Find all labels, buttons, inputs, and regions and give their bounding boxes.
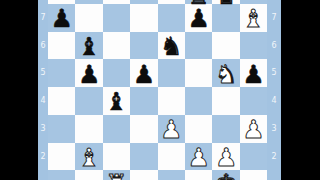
square-c6 <box>103 32 130 60</box>
square-h5 <box>240 59 267 87</box>
square-h7 <box>240 4 267 32</box>
square-d3 <box>130 115 157 143</box>
square-c1 <box>103 170 130 180</box>
square-d6 <box>130 32 157 60</box>
rank-labels-right: 765432 <box>267 0 281 180</box>
square-g6 <box>212 32 239 60</box>
square-c3 <box>103 115 130 143</box>
square-h3 <box>240 115 267 143</box>
square-e3 <box>158 115 185 143</box>
chess-board: ♜♚♟♟♝♝♞♟♟♞♟♝♟♟♝♟♟♜♚ <box>48 0 267 180</box>
square-h2 <box>240 143 267 171</box>
rank-label-right-4: 4 <box>267 87 281 115</box>
video-frame: 765432 ♜♚♟♟♝♝♞♟♟♞♟♝♟♟♝♟♟♜♚ 765432 <box>0 0 320 180</box>
square-f4 <box>185 87 212 115</box>
square-b5 <box>75 59 102 87</box>
square-e7 <box>158 4 185 32</box>
square-g4 <box>212 87 239 115</box>
rank-label-left-4: 4 <box>38 87 48 115</box>
square-f1 <box>185 170 212 180</box>
square-a2 <box>48 143 75 171</box>
square-c5 <box>103 59 130 87</box>
rank-label-left-5: 5 <box>38 59 48 87</box>
square-b3 <box>75 115 102 143</box>
square-g7 <box>212 4 239 32</box>
rank-label-left-2: 2 <box>38 143 48 171</box>
square-d5 <box>130 59 157 87</box>
square-b7 <box>75 4 102 32</box>
square-f6 <box>185 32 212 60</box>
square-f3 <box>185 115 212 143</box>
square-b2 <box>75 143 102 171</box>
rank-label-left-7: 7 <box>38 4 48 32</box>
square-d4 <box>130 87 157 115</box>
square-e1 <box>158 170 185 180</box>
square-d2 <box>130 143 157 171</box>
rank-label-left-3: 3 <box>38 115 48 143</box>
square-b6 <box>75 32 102 60</box>
square-a5 <box>48 59 75 87</box>
square-f5 <box>185 59 212 87</box>
square-e4 <box>158 87 185 115</box>
square-e5 <box>158 59 185 87</box>
square-a4 <box>48 87 75 115</box>
square-d7 <box>130 4 157 32</box>
square-g5 <box>212 59 239 87</box>
square-c2 <box>103 143 130 171</box>
rank-label-left-6: 6 <box>38 32 48 60</box>
rank-labels-left: 765432 <box>38 0 48 180</box>
square-g1 <box>212 170 239 180</box>
rank-label-right-3: 3 <box>267 115 281 143</box>
square-a7 <box>48 4 75 32</box>
rank-label-right-6: 6 <box>267 32 281 60</box>
square-b4 <box>75 87 102 115</box>
square-h6 <box>240 32 267 60</box>
square-c4 <box>103 87 130 115</box>
square-b1 <box>75 170 102 180</box>
rank-label-right-5: 5 <box>267 59 281 87</box>
square-e6 <box>158 32 185 60</box>
square-d1 <box>130 170 157 180</box>
square-f2 <box>185 143 212 171</box>
square-a3 <box>48 115 75 143</box>
square-g2 <box>212 143 239 171</box>
rank-label-right-7: 7 <box>267 4 281 32</box>
square-h4 <box>240 87 267 115</box>
rank-label-right-2: 2 <box>267 143 281 171</box>
square-g3 <box>212 115 239 143</box>
square-h1 <box>240 170 267 180</box>
square-f7 <box>185 4 212 32</box>
square-a1 <box>48 170 75 180</box>
square-e2 <box>158 143 185 171</box>
square-a6 <box>48 32 75 60</box>
square-c7 <box>103 4 130 32</box>
